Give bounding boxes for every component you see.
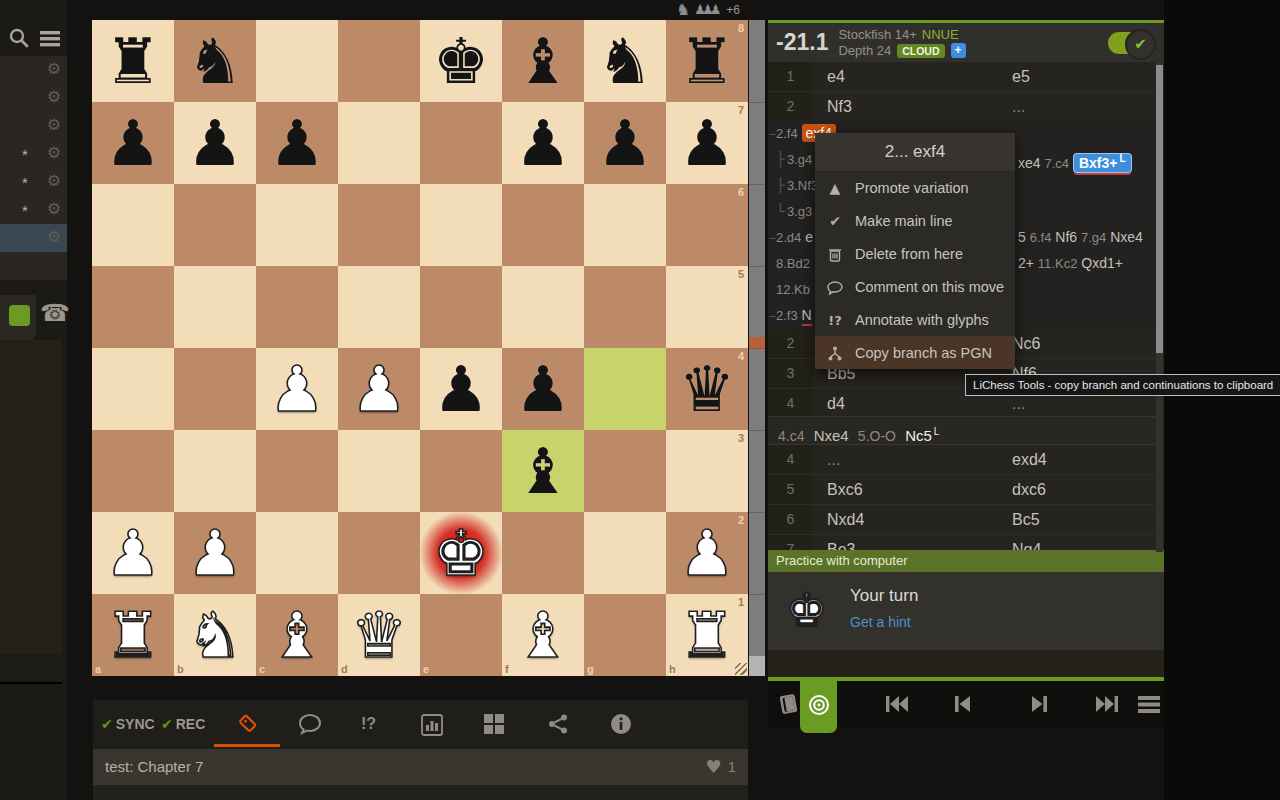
black-bishop-f3: ♝: [502, 430, 584, 512]
context-menu-title: 2... exf4: [815, 133, 1015, 171]
move-black[interactable]: e5: [1012, 62, 1164, 91]
file-label-h: h: [669, 663, 676, 675]
move-white[interactable]: Bxc6: [813, 475, 1012, 504]
variation-fragment: 2+ 11.Kc2 Qxd1+: [1018, 250, 1123, 277]
white-pawn-c4: ♟: [256, 348, 338, 430]
square-b6[interactable]: [174, 184, 256, 266]
square-c4[interactable]: ♟: [256, 348, 338, 430]
white-bishop-c1: ♝: [256, 594, 338, 676]
variation-interrupt-line[interactable]: 4.c4 Nxe4 5.O-O Nc5L: [768, 416, 1164, 445]
square-h2[interactable]: ♟2: [666, 512, 748, 594]
tree-connector: –: [769, 224, 776, 250]
move-row: 6Nxd4Bc5: [768, 505, 1164, 535]
square-a7[interactable]: ♟: [92, 102, 174, 184]
move-number: 1: [768, 62, 813, 91]
engine-toggle-knob: ✔: [1125, 29, 1156, 60]
square-d4[interactable]: ♟: [338, 348, 420, 430]
variation-move[interactable]: N: [802, 307, 812, 326]
move-black[interactable]: Bc5: [1012, 505, 1164, 534]
hamburger-icon[interactable]: [38, 27, 62, 49]
gear-icon[interactable]: ⚙: [47, 115, 61, 134]
engine-toggle[interactable]: ✔: [1108, 32, 1154, 54]
menu-item-label: Comment on this move: [855, 279, 1004, 295]
square-h8[interactable]: ♜8: [666, 20, 748, 102]
variation-move[interactable]: Nxe4: [1110, 229, 1143, 245]
star-indicator: *: [22, 174, 28, 191]
square-f2[interactable]: [502, 512, 584, 594]
move-row: 5Bxc6dxc6: [768, 475, 1164, 505]
likes-count: 1: [728, 758, 736, 775]
square-f8[interactable]: ♝: [502, 20, 584, 102]
rank-label-1: 1: [738, 596, 744, 608]
practice-header[interactable]: Practice with computer: [768, 550, 1164, 572]
sync-check-icon: ✔: [101, 716, 113, 732]
target-icon: [807, 693, 831, 717]
move-black[interactable]: Nc6: [1012, 329, 1164, 358]
file-label-a: a: [95, 663, 101, 675]
rank-label-5: 5: [738, 268, 744, 280]
move-list-bottom: 4...exd45Bxc6dxc66Nxd4Bc57Be3Ng4: [768, 445, 1164, 565]
square-e1[interactable]: e: [420, 594, 502, 676]
move-number: 5: [768, 475, 813, 504]
move-number: 6: [768, 505, 813, 534]
sidebar-row-6[interactable]: *⚙: [0, 196, 67, 224]
file-label-b: b: [177, 663, 184, 675]
black-bishop-f8: ♝: [502, 20, 584, 102]
trash-icon: [815, 245, 855, 262]
gear-icon[interactable]: ⚙: [47, 227, 61, 246]
comment-icon[interactable]: [298, 713, 322, 735]
sync-button[interactable]: ✔SYNC: [101, 716, 155, 732]
study-toolbar: ✔SYNC ✔REC !?: [93, 700, 748, 749]
gauge-tick: [749, 512, 765, 513]
black-pawn-b7: ♟: [174, 102, 256, 184]
menu-item-comment-on-this-move[interactable]: Comment on this move: [815, 270, 1015, 303]
move-number: 4: [768, 389, 813, 418]
star-indicator: *: [22, 146, 28, 163]
sidebar-active-tab[interactable]: [0, 295, 36, 341]
file-label-g: g: [587, 663, 594, 675]
move-number: 11.Kc2: [1038, 256, 1078, 271]
sidebar-row-7[interactable]: ⚙: [0, 224, 67, 252]
square-g6[interactable]: [584, 184, 666, 266]
engine-depth: Depth 24: [838, 43, 891, 58]
square-c1[interactable]: ♝c: [256, 594, 338, 676]
square-h1[interactable]: ♜h1: [666, 594, 748, 676]
black-pawn-h7: ♟: [666, 102, 748, 184]
square-g5[interactable]: [584, 266, 666, 348]
gear-icon[interactable]: ⚙: [47, 59, 61, 78]
move-number: 3: [768, 359, 813, 388]
square-f7[interactable]: ♟: [502, 102, 584, 184]
square-h4[interactable]: ♛4: [666, 348, 748, 430]
move-white[interactable]: e4: [813, 62, 1012, 91]
likes[interactable]: ♥1: [706, 749, 736, 785]
black-pawn-c7: ♟: [256, 102, 338, 184]
move-white[interactable]: ...: [813, 445, 1012, 474]
square-c6[interactable]: [256, 184, 338, 266]
square-b4[interactable]: [174, 348, 256, 430]
skip-first-icon[interactable]: [884, 692, 910, 716]
gauge-tick: [749, 430, 765, 431]
skip-last-icon[interactable]: [1094, 692, 1120, 716]
square-g3[interactable]: [584, 430, 666, 512]
variation-move[interactable]: Qxd1+: [1081, 255, 1123, 271]
square-g7[interactable]: ♟: [584, 102, 666, 184]
sidebar-row-3[interactable]: ⚙: [0, 112, 67, 140]
square-b7[interactable]: ♟: [174, 102, 256, 184]
black-pawn-g7: ♟: [584, 102, 666, 184]
square-d3[interactable]: [338, 430, 420, 512]
white-pawn-b2: ♟: [174, 512, 256, 594]
black-rook-h8: ♜: [666, 20, 748, 102]
square-d7[interactable]: [338, 102, 420, 184]
practice-mode-tab[interactable]: [800, 681, 837, 733]
pawn-group-icon: ♟♟♟: [694, 1, 722, 19]
move-number: 7.g4: [1081, 230, 1106, 245]
black-pawn-e4: ♟: [420, 348, 502, 430]
bottom-spacer: [93, 785, 748, 800]
square-e3[interactable]: [420, 430, 502, 512]
move-number: 6.f4: [1030, 230, 1052, 245]
info-icon[interactable]: [610, 713, 632, 735]
square-b2[interactable]: ♟: [174, 512, 256, 594]
rec-check-icon: ✔: [161, 716, 173, 732]
white-king-icon: ♚: [786, 580, 827, 640]
square-h3[interactable]: 3: [666, 430, 748, 512]
gauge-tick: [749, 266, 765, 267]
move-black[interactable]: ...: [1012, 92, 1164, 121]
knight-icon: ♞: [676, 1, 690, 19]
square-d1[interactable]: ♛d: [338, 594, 420, 676]
sidebar-chapter-list: ⚙⚙⚙*⚙*⚙*⚙⚙: [0, 56, 67, 280]
square-c2[interactable]: [256, 512, 338, 594]
book-icon[interactable]: [776, 692, 802, 716]
square-c7[interactable]: ♟: [256, 102, 338, 184]
practice-panel: ♚ Your turn Get a hint: [768, 572, 1164, 650]
green-square-icon: [9, 305, 30, 326]
engine-header: -21.1 Stockfish 14+NNUE Depth 24 CLOUD +…: [768, 23, 1164, 62]
square-c5[interactable]: [256, 266, 338, 348]
square-f5[interactable]: [502, 266, 584, 348]
square-d2[interactable]: [338, 512, 420, 594]
context-menu: 2... exf4 ▲Promote variation✔Make main l…: [815, 133, 1015, 369]
sidebar-row-2[interactable]: ⚙: [0, 84, 67, 112]
square-a8[interactable]: ♜: [92, 20, 174, 102]
heart-icon: ♥: [706, 756, 722, 777]
black-rook-a8: ♜: [92, 20, 174, 102]
file-label-e: e: [423, 663, 429, 675]
move-row: 4...exd4: [768, 445, 1164, 475]
variation-move[interactable]: e: [805, 229, 813, 245]
square-a1[interactable]: ♜a: [92, 594, 174, 676]
share-icon[interactable]: [547, 713, 569, 735]
analysis-controls-bar: [768, 681, 1164, 727]
white-pawn-d4: ♟: [338, 348, 420, 430]
rec-button[interactable]: ✔REC: [161, 716, 205, 732]
black-knight-b8: ♞: [174, 20, 256, 102]
move-number: 2.f4: [776, 126, 798, 141]
move-number: 4: [768, 445, 813, 474]
star-indicator: *: [22, 202, 28, 219]
file-label-c: c: [259, 663, 265, 675]
glyphs-button[interactable]: !?: [361, 715, 376, 733]
square-f1[interactable]: ♝f: [502, 594, 584, 676]
move-number: 3.Nf3: [787, 178, 818, 193]
move-number: 5.O-O: [858, 428, 896, 444]
move-row: 1e4e5: [768, 62, 1164, 92]
square-b3[interactable]: [174, 430, 256, 512]
variation-move[interactable]: xe4: [1018, 155, 1041, 171]
variation-move[interactable]: 2+: [1018, 255, 1034, 271]
glyphs-icon: !?: [815, 312, 855, 328]
eval-gauge: [749, 20, 765, 676]
square-b1[interactable]: ♞b: [174, 594, 256, 676]
chart-icon[interactable]: [420, 713, 444, 737]
square-e6[interactable]: [420, 184, 502, 266]
black-king-e8: ♚: [420, 20, 502, 102]
square-h7[interactable]: ♟7: [666, 102, 748, 184]
search-icon[interactable]: [8, 27, 30, 49]
white-queen-d1: ♛: [338, 594, 420, 676]
square-e5[interactable]: [420, 266, 502, 348]
square-e8[interactable]: ♚: [420, 20, 502, 102]
check-icon: ✔: [815, 213, 855, 229]
sidebar-lower-panel: [0, 340, 62, 684]
white-pawn-a2: ♟: [92, 512, 174, 594]
study-title: test: Chapter 7: [105, 758, 203, 775]
move-number: 8.Bd2: [776, 256, 810, 271]
practice-spacer: [768, 650, 1164, 677]
rank-label-8: 8: [738, 22, 744, 34]
variation-fragment: 5 6.f4 Nf6 7.g4 Nxe4: [1018, 224, 1143, 251]
square-d5[interactable]: [338, 266, 420, 348]
move-number: 2: [768, 92, 813, 121]
square-b5[interactable]: [174, 266, 256, 348]
tree-connector: └: [776, 198, 784, 224]
left-sidebar: ⚙⚙⚙*⚙*⚙*⚙⚙ ☎: [0, 0, 67, 800]
analysis-panel: -21.1 Stockfish 14+NNUE Depth 24 CLOUD +…: [768, 20, 1164, 727]
material-advantage-bar: ♞ ♟♟♟ +6: [92, 0, 748, 20]
menu-item-promote-variation[interactable]: ▲Promote variation: [815, 171, 1015, 204]
square-h6[interactable]: 6: [666, 184, 748, 266]
white-knight-b1: ♞: [174, 594, 256, 676]
menu-item-copy-branch-as-pgn[interactable]: Copy branch as PGN: [815, 336, 1015, 369]
variation-move[interactable]: 5: [1018, 229, 1026, 245]
phone-icon[interactable]: ☎: [40, 299, 70, 327]
sidebar-row-1[interactable]: ⚙: [0, 56, 67, 84]
gauge-tick: [749, 348, 765, 349]
white-king-e2: ♚: [420, 512, 502, 594]
tree-connector: –: [769, 302, 776, 328]
square-a3[interactable]: [92, 430, 174, 512]
move-list-top: 1e4e52Nf3...: [768, 62, 1164, 122]
square-g4[interactable]: [584, 348, 666, 430]
square-f6[interactable]: [502, 184, 584, 266]
black-pawn-f4: ♟: [502, 348, 584, 430]
rank-label-2: 2: [738, 514, 744, 526]
scrollbar-thumb[interactable]: [1156, 65, 1163, 353]
eval-gauge-white-segment: [749, 656, 765, 676]
square-a2[interactable]: ♟: [92, 512, 174, 594]
square-d6[interactable]: [338, 184, 420, 266]
menu-item-make-main-line[interactable]: ✔Make main line: [815, 204, 1015, 237]
active-tab-underline: [214, 744, 280, 747]
tag-icon: [237, 712, 259, 734]
black-queen-h4: ♛: [666, 348, 748, 430]
square-g8[interactable]: ♞: [584, 20, 666, 102]
move-number: 3.g3: [787, 204, 812, 219]
move-white[interactable]: Nxd4: [813, 505, 1012, 534]
right-margin: [1164, 0, 1280, 800]
square-e4[interactable]: ♟: [420, 348, 502, 430]
square-e2[interactable]: ♚: [420, 512, 502, 594]
grid-icon[interactable]: [483, 713, 505, 735]
rank-label-6: 6: [738, 186, 744, 198]
move-number: 3.g4: [787, 152, 812, 167]
rank-label-4: 4: [738, 350, 744, 362]
rank-label-3: 3: [738, 432, 744, 444]
tree-connector: ├: [776, 146, 784, 172]
menu-item-label: Copy branch as PGN: [855, 345, 992, 361]
square-f3[interactable]: ♝: [502, 430, 584, 512]
menu-item-delete-from-here[interactable]: Delete from here: [815, 237, 1015, 270]
tags-tab[interactable]: [214, 700, 280, 749]
tooltip: LiChess Tools - copy branch and continua…: [965, 374, 1280, 396]
white-rook-a1: ♜: [92, 594, 174, 676]
menu-item-annotate-with-glyphs[interactable]: !?Annotate with glyphs: [815, 303, 1015, 336]
white-pawn-h2: ♟: [666, 512, 748, 594]
variation-move[interactable]: Nc5L: [905, 427, 944, 447]
board-resize-handle[interactable]: [735, 663, 747, 675]
comment-icon: [815, 279, 855, 295]
square-b8[interactable]: ♞: [174, 20, 256, 102]
square-a6[interactable]: [92, 184, 174, 266]
rank-label-7: 7: [738, 104, 744, 116]
move-black[interactable]: exd4: [1012, 445, 1164, 474]
menu-item-label: Promote variation: [855, 180, 969, 196]
black-pawn-a7: ♟: [92, 102, 174, 184]
annotation-superscript: L: [934, 426, 940, 437]
menu-icon[interactable]: [1136, 692, 1162, 716]
variation-move[interactable]: Nf6: [1055, 229, 1077, 245]
square-c3[interactable]: [256, 430, 338, 512]
move-number: 7.c4: [1044, 156, 1069, 171]
square-h5[interactable]: 5: [666, 266, 748, 348]
next-move-icon[interactable]: [1028, 692, 1052, 716]
move-black[interactable]: dxc6: [1012, 475, 1164, 504]
move-number: 2.f3: [776, 308, 798, 323]
get-hint-link[interactable]: Get a hint: [850, 614, 911, 630]
practice-status: Your turn: [850, 586, 918, 606]
cloud-badge: CLOUD: [897, 44, 944, 58]
variation-move[interactable]: Nxe4: [814, 427, 849, 444]
tree-connector: –: [769, 120, 776, 146]
move-white[interactable]: Nf3: [813, 92, 1012, 121]
move-number: 2: [768, 329, 813, 358]
sidebar-row-5[interactable]: *⚙: [0, 168, 67, 196]
selected-move-blue[interactable]: Bxf3+L: [1073, 153, 1132, 173]
white-bishop-f1: ♝: [502, 594, 584, 676]
move-number: 12.Kb: [776, 282, 810, 297]
square-g1[interactable]: g: [584, 594, 666, 676]
engine-nnue-label: NNUE: [922, 27, 959, 42]
menu-item-label: Annotate with glyphs: [855, 312, 989, 328]
study-title-bar: test: Chapter 7 ♥1: [93, 749, 748, 785]
black-pawn-f7: ♟: [502, 102, 584, 184]
move-number: 4.c4: [778, 428, 804, 444]
menu-item-label: Delete from here: [855, 246, 963, 262]
gauge-tick: [749, 184, 765, 185]
material-advantage-value: +6: [726, 3, 740, 17]
engine-name: Stockfish 14+: [838, 27, 916, 42]
file-label-f: f: [505, 663, 509, 675]
move-number: 2.d4: [776, 230, 801, 245]
square-a4[interactable]: [92, 348, 174, 430]
black-knight-g8: ♞: [584, 20, 666, 102]
branch-icon: [815, 344, 855, 361]
gear-icon[interactable]: ⚙: [47, 143, 61, 162]
move-row: 2Nf3...: [768, 92, 1164, 122]
tree-connector: ├: [776, 172, 784, 198]
square-c8[interactable]: [256, 20, 338, 102]
square-g2[interactable]: [584, 512, 666, 594]
square-a5[interactable]: [92, 266, 174, 348]
file-label-d: d: [341, 663, 348, 675]
prev-move-icon[interactable]: [950, 692, 974, 716]
chess-board[interactable]: ♜♞♚♝♞♜8♟♟♟♟♟♟765♟♟♟♟♛4♝3♟♟♚♟2♜a♞b♝c♛de♝f…: [92, 20, 748, 676]
gauge-tick: [749, 594, 765, 595]
annotation-superscript: L: [1119, 153, 1125, 164]
sidebar-row-4[interactable]: *⚙: [0, 140, 67, 168]
square-d8[interactable]: [338, 20, 420, 102]
gear-icon[interactable]: ⚙: [47, 199, 61, 218]
gear-icon[interactable]: ⚙: [47, 171, 61, 190]
square-e7[interactable]: [420, 102, 502, 184]
gear-icon[interactable]: ⚙: [47, 87, 61, 106]
triangle-up-icon: ▲: [815, 180, 855, 196]
engine-eval: -21.1: [776, 29, 828, 56]
plus-badge[interactable]: +: [951, 43, 966, 58]
square-f4[interactable]: ♟: [502, 348, 584, 430]
gauge-tick: [749, 102, 765, 103]
menu-item-label: Make main line: [855, 213, 953, 229]
